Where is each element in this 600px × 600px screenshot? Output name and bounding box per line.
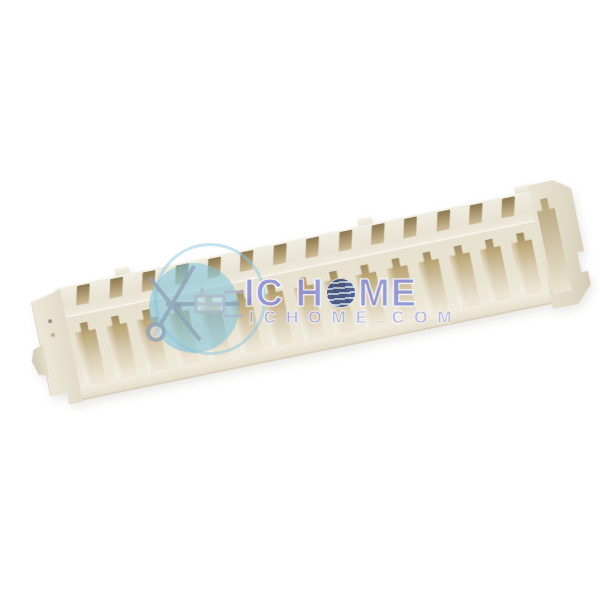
top-slot xyxy=(436,210,450,232)
top-slot xyxy=(469,203,483,225)
watermark-title: IC HME xyxy=(244,272,417,312)
left-end-pin-hole xyxy=(48,319,53,324)
circuit-chip-logo-icon xyxy=(132,248,252,363)
top-slot xyxy=(338,230,352,252)
contact-cavity xyxy=(478,237,511,302)
globe-icon xyxy=(326,278,356,308)
contact-cavity xyxy=(73,320,106,385)
top-slot xyxy=(502,196,516,218)
contact-cavity xyxy=(447,244,480,309)
top-slot xyxy=(371,223,385,245)
top-slot xyxy=(109,277,123,299)
watermark-url: ICHOME.COM xyxy=(249,308,461,328)
top-slot xyxy=(404,216,418,238)
contact-cavity xyxy=(509,231,542,296)
top-slot xyxy=(306,236,320,258)
top-slot xyxy=(273,243,287,265)
top-slot xyxy=(77,283,91,305)
contact-cavity xyxy=(416,250,449,315)
product-photo-stage: IC HME ICHOME.COM xyxy=(0,0,600,600)
